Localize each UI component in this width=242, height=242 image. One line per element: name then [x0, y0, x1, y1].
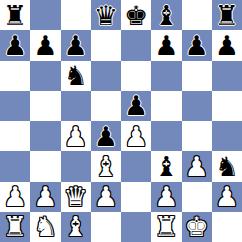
white-pawn: ♟ [33, 183, 57, 210]
square-e5[interactable]: ♟ [121, 91, 151, 121]
square-e2[interactable] [121, 182, 151, 212]
black-pawn: ♟ [215, 32, 239, 59]
square-c4[interactable]: ♟ [61, 121, 91, 151]
white-rook: ♜ [154, 213, 178, 240]
square-f5[interactable] [151, 91, 181, 121]
black-pawn: ♟ [154, 32, 178, 59]
black-pawn: ♟ [33, 32, 57, 59]
square-h3[interactable]: ♞ [212, 151, 242, 181]
square-e4[interactable]: ♟ [121, 121, 151, 151]
square-c3[interactable] [61, 151, 91, 181]
black-rook: ♜ [3, 2, 27, 29]
black-pawn: ♟ [124, 92, 148, 119]
black-pawn: ♟ [185, 32, 209, 59]
black-pawn: ♟ [64, 32, 88, 59]
square-h7[interactable]: ♟ [212, 30, 242, 60]
square-h8[interactable]: ♜ [212, 0, 242, 30]
black-rook: ♜ [215, 2, 239, 29]
square-g4[interactable] [182, 121, 212, 151]
black-knight: ♞ [64, 62, 88, 89]
square-c2[interactable]: ♛ [61, 182, 91, 212]
white-pawn: ♟ [94, 183, 118, 210]
square-b6[interactable] [30, 61, 60, 91]
white-rook: ♜ [3, 213, 27, 240]
black-bishop: ♝ [154, 2, 178, 29]
square-g7[interactable]: ♟ [182, 30, 212, 60]
square-c8[interactable] [61, 0, 91, 30]
square-d5[interactable] [91, 91, 121, 121]
square-f3[interactable]: ♝ [151, 151, 181, 181]
square-g3[interactable]: ♟ [182, 151, 212, 181]
black-bishop: ♝ [154, 153, 178, 180]
square-g2[interactable] [182, 182, 212, 212]
square-e6[interactable] [121, 61, 151, 91]
black-pawn: ♟ [94, 123, 118, 150]
square-g5[interactable] [182, 91, 212, 121]
square-a6[interactable] [0, 61, 30, 91]
square-h4[interactable] [212, 121, 242, 151]
square-e3[interactable] [121, 151, 151, 181]
square-h6[interactable] [212, 61, 242, 91]
square-e7[interactable] [121, 30, 151, 60]
square-d3[interactable]: ♝ [91, 151, 121, 181]
white-pawn: ♟ [124, 123, 148, 150]
white-pawn: ♟ [185, 153, 209, 180]
white-bishop: ♝ [94, 153, 118, 180]
square-c1[interactable]: ♝ [61, 212, 91, 242]
black-knight: ♞ [215, 153, 239, 180]
square-a7[interactable]: ♟ [0, 30, 30, 60]
black-queen: ♛ [94, 2, 118, 29]
square-f7[interactable]: ♟ [151, 30, 181, 60]
square-f1[interactable]: ♜ [151, 212, 181, 242]
square-b4[interactable] [30, 121, 60, 151]
white-pawn: ♟ [64, 123, 88, 150]
square-d7[interactable] [91, 30, 121, 60]
black-pawn: ♟ [3, 32, 27, 59]
square-a4[interactable] [0, 121, 30, 151]
square-a5[interactable] [0, 91, 30, 121]
square-b5[interactable] [30, 91, 60, 121]
square-a8[interactable]: ♜ [0, 0, 30, 30]
square-g1[interactable]: ♚ [182, 212, 212, 242]
square-a1[interactable]: ♜ [0, 212, 30, 242]
white-king: ♚ [185, 213, 209, 240]
square-e8[interactable]: ♚ [121, 0, 151, 30]
white-pawn: ♟ [215, 183, 239, 210]
white-bishop: ♝ [64, 213, 88, 240]
square-d4[interactable]: ♟ [91, 121, 121, 151]
square-d8[interactable]: ♛ [91, 0, 121, 30]
square-c6[interactable]: ♞ [61, 61, 91, 91]
square-h5[interactable] [212, 91, 242, 121]
square-d2[interactable]: ♟ [91, 182, 121, 212]
square-a3[interactable] [0, 151, 30, 181]
white-queen: ♛ [64, 183, 88, 210]
white-pawn: ♟ [3, 183, 27, 210]
square-b8[interactable] [30, 0, 60, 30]
square-d6[interactable] [91, 61, 121, 91]
square-h2[interactable]: ♟ [212, 182, 242, 212]
square-b7[interactable]: ♟ [30, 30, 60, 60]
square-g8[interactable] [182, 0, 212, 30]
square-c5[interactable] [61, 91, 91, 121]
square-b2[interactable]: ♟ [30, 182, 60, 212]
black-king: ♚ [124, 2, 148, 29]
square-g6[interactable] [182, 61, 212, 91]
square-b3[interactable] [30, 151, 60, 181]
square-f8[interactable]: ♝ [151, 0, 181, 30]
white-pawn: ♟ [154, 183, 178, 210]
square-c7[interactable]: ♟ [61, 30, 91, 60]
square-a2[interactable]: ♟ [0, 182, 30, 212]
square-f4[interactable] [151, 121, 181, 151]
square-h1[interactable] [212, 212, 242, 242]
square-f2[interactable]: ♟ [151, 182, 181, 212]
white-knight: ♞ [33, 213, 57, 240]
square-d1[interactable] [91, 212, 121, 242]
square-b1[interactable]: ♞ [30, 212, 60, 242]
square-e1[interactable] [121, 212, 151, 242]
chess-board: ♜♛♚♝♜♟♟♟♟♟♟♞♟♟♟♟♝♝♟♞♟♟♛♟♟♟♜♞♝♜♚ [0, 0, 242, 242]
square-f6[interactable] [151, 61, 181, 91]
